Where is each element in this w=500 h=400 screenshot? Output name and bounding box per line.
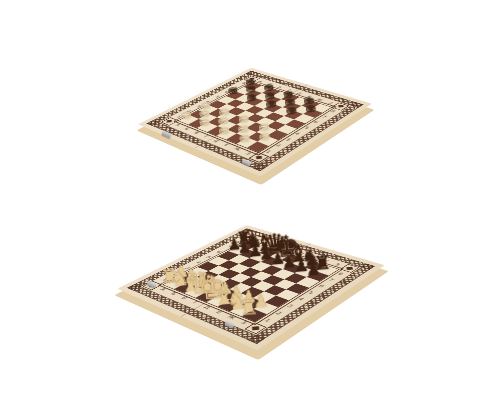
light-checker-piece: ⛂ [180,109,191,122]
board-face: АБВГДЕЖЗ АБВГДЕЖЗ 87654321 87654321 ♜♞♝♛… [117,225,385,350]
chess-board-scene: АБВГДЕЖЗ АБВГДЕЖЗ 87654321 87654321 ♜♞♝♛… [156,182,346,372]
dark-checker-piece: ⛂ [265,97,276,110]
white-chess-piece-r: ♜ [239,296,260,319]
light-checker-piece: ⛂ [259,129,271,143]
checkers-board: АБВГДЕЖЗ АБВГДЕЖЗ 87654321 87654321 ⛂⛂⛂⛂… [138,68,372,177]
dark-checker-piece: ⛂ [305,102,316,115]
light-checker-piece: ⛂ [218,123,230,137]
chess-board: АБВГДЕЖЗ АБВГДЕЖЗ 87654321 87654321 ♜♞♝♛… [117,225,385,350]
board-face: АБВГДЕЖЗ АБВГДЕЖЗ 87654321 87654321 ⛂⛂⛂⛂… [138,68,372,177]
dark-checker-piece: ⛂ [246,91,257,103]
black-chess-piece-p: ♟ [305,262,321,280]
dark-checker-piece: ⛂ [286,104,297,117]
board-square: ⛂ [179,115,198,124]
checkers-board-scene: АБВГДЕЖЗ АБВГДЕЖЗ 87654321 87654321 ⛂⛂⛂⛂… [172,31,338,197]
dark-checker-piece: ⛂ [228,85,238,97]
light-checker-piece: ⛂ [238,131,250,145]
light-checker-piece: ⛂ [199,116,210,129]
